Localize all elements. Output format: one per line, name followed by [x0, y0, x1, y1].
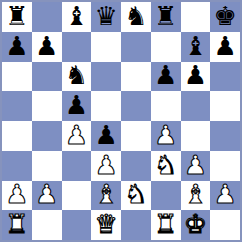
white-rook: ♜ — [5, 211, 28, 237]
square-e4[interactable] — [121, 121, 151, 151]
square-e3[interactable] — [121, 151, 151, 181]
square-d8[interactable]: ♛ — [91, 2, 121, 32]
square-e2[interactable]: ♞ — [121, 181, 151, 211]
square-f2[interactable] — [151, 181, 181, 211]
white-pawn: ♟ — [94, 152, 117, 178]
square-g5[interactable] — [181, 91, 211, 121]
square-h5[interactable] — [210, 91, 240, 121]
square-c5[interactable]: ♟ — [62, 91, 92, 121]
white-pawn: ♟ — [154, 122, 177, 148]
white-rook: ♜ — [154, 211, 177, 237]
square-b4[interactable] — [32, 121, 62, 151]
square-a5[interactable] — [2, 91, 32, 121]
square-g3[interactable]: ♟ — [181, 151, 211, 181]
black-pawn: ♟ — [213, 33, 236, 59]
square-g1[interactable]: ♚ — [181, 210, 211, 240]
square-d4[interactable]: ♟ — [91, 121, 121, 151]
square-e6[interactable] — [121, 62, 151, 92]
square-a4[interactable] — [2, 121, 32, 151]
square-c3[interactable] — [62, 151, 92, 181]
square-a2[interactable]: ♟ — [2, 181, 32, 211]
square-b2[interactable]: ♟ — [32, 181, 62, 211]
white-pawn: ♟ — [65, 122, 88, 148]
square-f4[interactable]: ♟ — [151, 121, 181, 151]
square-b6[interactable] — [32, 62, 62, 92]
square-c2[interactable] — [62, 181, 92, 211]
square-b5[interactable] — [32, 91, 62, 121]
square-d1[interactable]: ♛ — [91, 210, 121, 240]
white-knight: ♞ — [154, 152, 177, 178]
black-queen: ♛ — [94, 3, 117, 29]
square-c6[interactable]: ♞ — [62, 62, 92, 92]
square-b3[interactable] — [32, 151, 62, 181]
square-f3[interactable]: ♞ — [151, 151, 181, 181]
square-a3[interactable] — [2, 151, 32, 181]
chess-board: ♜♝♛♞♜♚♟♟♝♟♞♟♟♟♟♟♟♟♞♟♟♟♝♞♝♟♜♛♜♚ — [0, 0, 242, 242]
square-g4[interactable] — [181, 121, 211, 151]
square-f6[interactable]: ♟ — [151, 62, 181, 92]
black-pawn: ♟ — [94, 122, 117, 148]
square-d2[interactable]: ♝ — [91, 181, 121, 211]
square-h2[interactable]: ♟ — [210, 181, 240, 211]
square-f5[interactable] — [151, 91, 181, 121]
black-knight: ♞ — [65, 62, 88, 88]
black-king: ♚ — [213, 3, 236, 29]
square-g2[interactable]: ♝ — [181, 181, 211, 211]
square-b7[interactable]: ♟ — [32, 32, 62, 62]
white-queen: ♛ — [94, 211, 117, 237]
white-knight: ♞ — [124, 181, 147, 207]
square-b1[interactable] — [32, 210, 62, 240]
square-c1[interactable] — [62, 210, 92, 240]
square-e5[interactable] — [121, 91, 151, 121]
square-d5[interactable] — [91, 91, 121, 121]
square-d6[interactable] — [91, 62, 121, 92]
black-rook: ♜ — [5, 3, 28, 29]
square-g8[interactable] — [181, 2, 211, 32]
black-knight: ♞ — [124, 3, 147, 29]
square-h8[interactable]: ♚ — [210, 2, 240, 32]
square-h1[interactable] — [210, 210, 240, 240]
square-h6[interactable] — [210, 62, 240, 92]
square-c4[interactable]: ♟ — [62, 121, 92, 151]
black-pawn: ♟ — [5, 33, 28, 59]
square-g6[interactable]: ♟ — [181, 62, 211, 92]
square-f1[interactable]: ♜ — [151, 210, 181, 240]
square-e7[interactable] — [121, 32, 151, 62]
square-b8[interactable] — [32, 2, 62, 32]
black-pawn: ♟ — [154, 62, 177, 88]
black-pawn: ♟ — [184, 62, 207, 88]
square-f7[interactable] — [151, 32, 181, 62]
black-pawn: ♟ — [35, 33, 58, 59]
square-c7[interactable] — [62, 32, 92, 62]
white-bishop: ♝ — [94, 181, 117, 207]
white-pawn: ♟ — [35, 181, 58, 207]
white-pawn: ♟ — [184, 152, 207, 178]
white-bishop: ♝ — [184, 181, 207, 207]
square-a7[interactable]: ♟ — [2, 32, 32, 62]
square-h7[interactable]: ♟ — [210, 32, 240, 62]
black-pawn: ♟ — [65, 92, 88, 118]
black-rook: ♜ — [154, 3, 177, 29]
square-d7[interactable] — [91, 32, 121, 62]
square-a8[interactable]: ♜ — [2, 2, 32, 32]
square-a1[interactable]: ♜ — [2, 210, 32, 240]
square-h3[interactable] — [210, 151, 240, 181]
square-h4[interactable] — [210, 121, 240, 151]
square-c8[interactable]: ♝ — [62, 2, 92, 32]
black-bishop: ♝ — [184, 33, 207, 59]
black-bishop: ♝ — [65, 3, 88, 29]
square-e1[interactable] — [121, 210, 151, 240]
white-pawn: ♟ — [213, 181, 236, 207]
white-pawn: ♟ — [5, 181, 28, 207]
square-d3[interactable]: ♟ — [91, 151, 121, 181]
square-e8[interactable]: ♞ — [121, 2, 151, 32]
square-a6[interactable] — [2, 62, 32, 92]
square-f8[interactable]: ♜ — [151, 2, 181, 32]
square-g7[interactable]: ♝ — [181, 32, 211, 62]
white-king: ♚ — [184, 211, 207, 237]
